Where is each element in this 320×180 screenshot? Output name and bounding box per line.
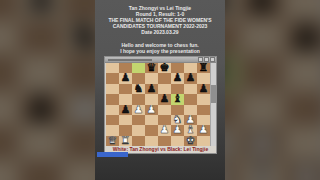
white-king-icon: ♚ <box>184 136 197 146</box>
square-f1[interactable] <box>171 136 184 146</box>
square-h6[interactable]: ♟ <box>197 84 210 94</box>
square-d4[interactable]: ♟ <box>145 105 158 115</box>
square-g8[interactable] <box>184 63 197 73</box>
square-d8[interactable]: ♛ <box>145 63 158 73</box>
square-a4[interactable] <box>106 105 119 115</box>
square-f5[interactable]: ♝ <box>171 94 184 104</box>
bg-square-g3: ♟ <box>240 126 284 161</box>
white-pawn-icon: ♟ <box>145 105 158 115</box>
square-a2[interactable] <box>106 125 119 135</box>
bg-square-b4: ♟ <box>19 90 63 125</box>
bg-black-pawn-icon: ♟ <box>19 90 63 125</box>
close-button[interactable] <box>210 57 215 62</box>
square-g3[interactable]: ♟ <box>184 115 197 125</box>
bg-square-h4 <box>284 90 320 125</box>
black-pawn-icon: ♟ <box>119 105 132 115</box>
black-pawn-icon: ♟ <box>158 94 171 104</box>
welcome-line-2: I hope you enjoy the presentation <box>95 48 225 54</box>
minimize-button[interactable] <box>198 57 203 62</box>
black-king-icon: ♚ <box>158 63 171 73</box>
square-d1[interactable] <box>145 136 158 146</box>
square-c3[interactable] <box>132 115 145 125</box>
square-d2[interactable] <box>145 125 158 135</box>
square-e3[interactable] <box>158 115 171 125</box>
bg-square-g7: ♟ <box>240 0 284 20</box>
bg-square-g4 <box>240 90 284 125</box>
white-knight-icon: ♞ <box>171 115 184 125</box>
bg-square-b7: ♟ <box>19 0 63 20</box>
date-line: Date 2023.03.29 <box>95 29 225 35</box>
square-e6[interactable] <box>158 84 171 94</box>
square-a3[interactable] <box>106 115 119 125</box>
square-g7[interactable]: ♟ <box>184 73 197 83</box>
square-e5[interactable]: ♟ <box>158 94 171 104</box>
bg-square-a3 <box>0 126 19 161</box>
bg-black-pawn-icon: ♟ <box>284 20 320 55</box>
bg-square-a5 <box>0 55 19 90</box>
square-g4[interactable] <box>184 105 197 115</box>
square-e2[interactable]: ♟ <box>158 125 171 135</box>
square-a8[interactable] <box>106 63 119 73</box>
square-b7[interactable]: ♟ <box>119 73 132 83</box>
window-scrollbar[interactable] <box>210 63 216 146</box>
white-rook-icon: ♜ <box>119 136 132 146</box>
square-b1[interactable]: ♜ <box>119 136 132 146</box>
square-e1[interactable] <box>158 136 171 146</box>
square-g6[interactable] <box>184 84 197 94</box>
square-d6[interactable]: ♟ <box>145 84 158 94</box>
square-h8[interactable]: ♜ <box>197 63 210 73</box>
square-f4[interactable] <box>171 105 184 115</box>
bg-white-pawn-icon: ♟ <box>284 161 320 180</box>
bg-square-a4 <box>0 90 19 125</box>
bg-square-h6: ♟ <box>284 20 320 55</box>
black-pawn-icon: ♟ <box>184 73 197 83</box>
square-h7[interactable] <box>197 73 210 83</box>
square-a1[interactable]: ♛ <box>106 136 119 146</box>
square-c8[interactable] <box>132 63 145 73</box>
square-e8[interactable]: ♚ <box>158 63 171 73</box>
window-buttons <box>198 57 215 62</box>
square-f3[interactable]: ♞ <box>171 115 184 125</box>
bg-square-g6 <box>240 20 284 55</box>
square-b5[interactable] <box>119 94 132 104</box>
white-queen-icon: ♛ <box>106 136 119 146</box>
bg-square-h3 <box>284 126 320 161</box>
bg-square-h5 <box>284 55 320 90</box>
square-g2[interactable]: ♝ <box>184 125 197 135</box>
square-c6[interactable]: ♞ <box>132 84 145 94</box>
square-h5[interactable] <box>197 94 210 104</box>
bg-square-h7 <box>284 0 320 20</box>
square-a7[interactable] <box>106 73 119 83</box>
chess-window: ♛♚♜♟♟♟♞♟♟♟♝♟♟♟♞♟♟♟♝♟♛♜♚ White: Tan Zhong… <box>104 56 217 154</box>
header-text: Tan Zhongyi vs Lei Tingjie Round 1, Resu… <box>95 5 225 54</box>
square-d5[interactable] <box>145 94 158 104</box>
chess-board[interactable]: ♛♚♜♟♟♟♞♟♟♟♝♟♟♟♞♟♟♟♝♟♛♜♚ <box>106 63 210 146</box>
bg-square-g2: ♝ <box>240 161 284 180</box>
black-knight-icon: ♞ <box>132 84 145 94</box>
white-bishop-icon: ♝ <box>184 125 197 135</box>
square-f6[interactable] <box>171 84 184 94</box>
bg-black-pawn-icon: ♟ <box>19 0 63 20</box>
square-c1[interactable] <box>132 136 145 146</box>
square-a5[interactable] <box>106 94 119 104</box>
bg-square-h2: ♟ <box>284 161 320 180</box>
white-pawn-icon: ♟ <box>171 125 184 135</box>
black-queen-icon: ♛ <box>145 63 158 73</box>
bg-square-a6 <box>0 20 19 55</box>
black-pawn-icon: ♟ <box>119 73 132 83</box>
black-pawn-icon: ♟ <box>171 73 184 83</box>
black-pawn-icon: ♟ <box>145 84 158 94</box>
bg-white-bishop-icon: ♝ <box>240 161 284 180</box>
square-h2[interactable]: ♟ <box>197 125 210 135</box>
square-c4[interactable]: ♟ <box>132 105 145 115</box>
square-d7[interactable] <box>145 73 158 83</box>
bg-square-g5 <box>240 55 284 90</box>
square-a6[interactable] <box>106 84 119 94</box>
square-b3[interactable] <box>119 115 132 125</box>
black-bishop-icon: ♝ <box>171 94 184 104</box>
square-h1[interactable] <box>197 136 210 146</box>
blue-badge <box>97 152 128 157</box>
square-c7[interactable] <box>132 73 145 83</box>
bg-black-pawn-icon: ♟ <box>240 0 284 20</box>
square-d3[interactable] <box>145 115 158 125</box>
white-pawn-icon: ♟ <box>158 125 171 135</box>
scrollbar-thumb[interactable] <box>211 85 216 103</box>
video-frame: ♛♚♜♟♟♟♞♟♟♟♝♟♟♟♞♟♟♟♝♟♛♜♚ White: Tan Zhong… <box>0 0 320 180</box>
square-g1[interactable]: ♚ <box>184 136 197 146</box>
square-e4[interactable] <box>158 105 171 115</box>
square-h3[interactable] <box>197 115 210 125</box>
white-pawn-icon: ♟ <box>197 125 210 135</box>
maximize-button[interactable] <box>204 57 209 62</box>
bg-square-a2 <box>0 161 19 180</box>
bg-square-b5 <box>19 55 63 90</box>
bg-square-b3 <box>19 126 63 161</box>
square-f2[interactable]: ♟ <box>171 125 184 135</box>
bg-square-b6 <box>19 20 63 55</box>
square-b2[interactable] <box>119 125 132 135</box>
white-pawn-icon: ♟ <box>132 105 145 115</box>
square-g5[interactable] <box>184 94 197 104</box>
square-c2[interactable] <box>132 125 145 135</box>
square-b8[interactable] <box>119 63 132 73</box>
square-b6[interactable] <box>119 84 132 94</box>
black-rook-icon: ♜ <box>197 63 210 73</box>
square-c5[interactable] <box>132 94 145 104</box>
bg-white-pawn-icon: ♟ <box>240 126 284 161</box>
black-pawn-icon: ♟ <box>197 84 210 94</box>
bg-square-b2 <box>19 161 63 180</box>
square-h4[interactable] <box>197 105 210 115</box>
content-column: Tan Zhongyi vs Lei Tingjie Round 1, Resu… <box>95 0 225 180</box>
square-e7[interactable] <box>158 73 171 83</box>
square-f8[interactable] <box>171 63 184 73</box>
white-pawn-icon: ♟ <box>184 115 197 125</box>
square-b4[interactable]: ♟ <box>119 105 132 115</box>
titlebar-text-blur <box>108 59 152 61</box>
bg-square-a7 <box>0 0 19 20</box>
square-f7[interactable]: ♟ <box>171 73 184 83</box>
